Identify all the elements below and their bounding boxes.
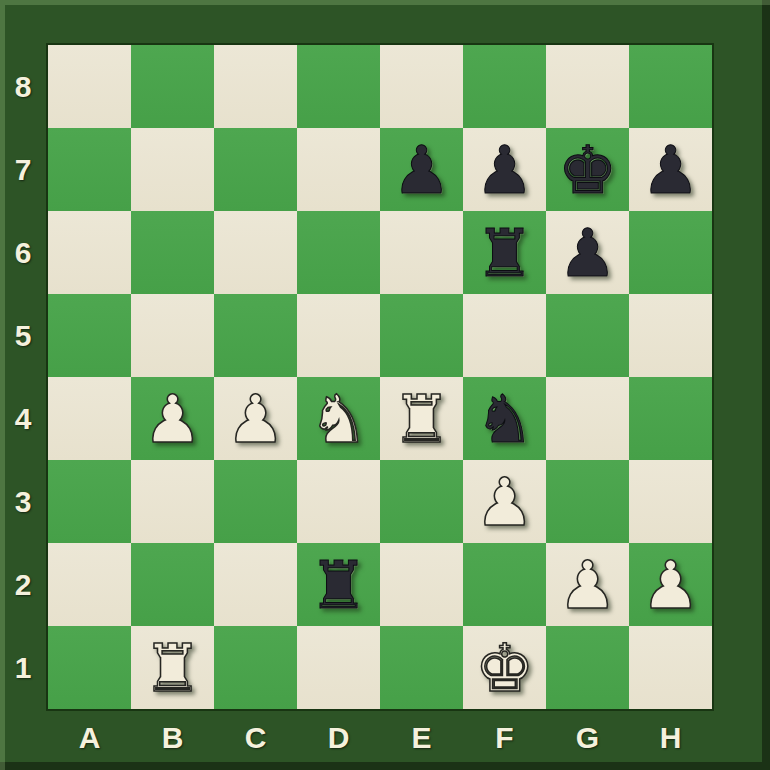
piece-black-pawn-g6[interactable]: ♟ (546, 211, 629, 294)
square-e4[interactable]: ♜ (380, 377, 463, 460)
square-f5[interactable] (463, 294, 546, 377)
square-g6[interactable]: ♟ (546, 211, 629, 294)
square-c2[interactable] (214, 543, 297, 626)
file-label-e: E (380, 713, 463, 763)
piece-black-knight-f4[interactable]: ♞ (463, 377, 546, 460)
square-d3[interactable] (297, 460, 380, 543)
square-b3[interactable] (131, 460, 214, 543)
file-label-h: H (629, 713, 712, 763)
rank-label-2: 2 (0, 543, 46, 626)
square-f8[interactable] (463, 45, 546, 128)
square-e8[interactable] (380, 45, 463, 128)
rank-label-6: 6 (0, 211, 46, 294)
square-f3[interactable]: ♟ (463, 460, 546, 543)
piece-black-pawn-e7[interactable]: ♟ (380, 128, 463, 211)
rank-label-5: 5 (0, 294, 46, 377)
square-f6[interactable]: ♜ (463, 211, 546, 294)
rank-label-3: 3 (0, 460, 46, 543)
square-f2[interactable] (463, 543, 546, 626)
file-labels: ABCDEFGH (48, 713, 712, 763)
rank-labels: 87654321 (0, 45, 46, 709)
square-a8[interactable] (48, 45, 131, 128)
rank-label-7: 7 (0, 128, 46, 211)
square-c7[interactable] (214, 128, 297, 211)
square-a6[interactable] (48, 211, 131, 294)
square-e5[interactable] (380, 294, 463, 377)
square-d2[interactable]: ♜ (297, 543, 380, 626)
square-a1[interactable] (48, 626, 131, 709)
piece-black-rook-d2[interactable]: ♜ (297, 543, 380, 626)
square-b6[interactable] (131, 211, 214, 294)
square-d8[interactable] (297, 45, 380, 128)
square-a3[interactable] (48, 460, 131, 543)
square-g3[interactable] (546, 460, 629, 543)
board: ♟♟♚♟♜♟♟♟♞♜♞♟♜♟♟♜♚ (46, 43, 714, 711)
square-c8[interactable] (214, 45, 297, 128)
square-h5[interactable] (629, 294, 712, 377)
square-a2[interactable] (48, 543, 131, 626)
piece-white-pawn-b4[interactable]: ♟ (131, 377, 214, 460)
square-g2[interactable]: ♟ (546, 543, 629, 626)
file-label-d: D (297, 713, 380, 763)
square-d7[interactable] (297, 128, 380, 211)
piece-black-rook-f6[interactable]: ♜ (463, 211, 546, 294)
square-g1[interactable] (546, 626, 629, 709)
square-e1[interactable] (380, 626, 463, 709)
square-e6[interactable] (380, 211, 463, 294)
square-h2[interactable]: ♟ (629, 543, 712, 626)
square-h3[interactable] (629, 460, 712, 543)
square-b7[interactable] (131, 128, 214, 211)
piece-white-knight-d4[interactable]: ♞ (297, 377, 380, 460)
square-d1[interactable] (297, 626, 380, 709)
piece-black-pawn-h7[interactable]: ♟ (629, 128, 712, 211)
square-g7[interactable]: ♚ (546, 128, 629, 211)
square-c5[interactable] (214, 294, 297, 377)
square-h6[interactable] (629, 211, 712, 294)
square-b8[interactable] (131, 45, 214, 128)
square-a7[interactable] (48, 128, 131, 211)
square-h7[interactable]: ♟ (629, 128, 712, 211)
piece-white-pawn-c4[interactable]: ♟ (214, 377, 297, 460)
piece-white-pawn-f3[interactable]: ♟ (463, 460, 546, 543)
square-g5[interactable] (546, 294, 629, 377)
square-h8[interactable] (629, 45, 712, 128)
square-c1[interactable] (214, 626, 297, 709)
piece-white-king-f1[interactable]: ♚ (463, 626, 546, 709)
square-c4[interactable]: ♟ (214, 377, 297, 460)
file-label-g: G (546, 713, 629, 763)
square-g8[interactable] (546, 45, 629, 128)
square-a5[interactable] (48, 294, 131, 377)
file-label-b: B (131, 713, 214, 763)
piece-black-king-g7[interactable]: ♚ (546, 128, 629, 211)
piece-white-pawn-h2[interactable]: ♟ (629, 543, 712, 626)
square-e3[interactable] (380, 460, 463, 543)
square-f1[interactable]: ♚ (463, 626, 546, 709)
square-c3[interactable] (214, 460, 297, 543)
chess-board-frame: 87654321 ♟♟♚♟♜♟♟♟♞♜♞♟♜♟♟♜♚ ABCDEFGH (0, 0, 770, 770)
piece-black-pawn-f7[interactable]: ♟ (463, 128, 546, 211)
square-b4[interactable]: ♟ (131, 377, 214, 460)
piece-white-pawn-g2[interactable]: ♟ (546, 543, 629, 626)
rank-label-1: 1 (0, 626, 46, 709)
square-b1[interactable]: ♜ (131, 626, 214, 709)
square-b2[interactable] (131, 543, 214, 626)
square-d6[interactable] (297, 211, 380, 294)
square-f4[interactable]: ♞ (463, 377, 546, 460)
square-g4[interactable] (546, 377, 629, 460)
piece-white-rook-e4[interactable]: ♜ (380, 377, 463, 460)
square-d4[interactable]: ♞ (297, 377, 380, 460)
square-e2[interactable] (380, 543, 463, 626)
square-h1[interactable] (629, 626, 712, 709)
piece-white-rook-b1[interactable]: ♜ (131, 626, 214, 709)
square-h4[interactable] (629, 377, 712, 460)
square-b5[interactable] (131, 294, 214, 377)
file-label-c: C (214, 713, 297, 763)
file-label-a: A (48, 713, 131, 763)
square-c6[interactable] (214, 211, 297, 294)
file-label-f: F (463, 713, 546, 763)
rank-label-4: 4 (0, 377, 46, 460)
square-d5[interactable] (297, 294, 380, 377)
square-f7[interactable]: ♟ (463, 128, 546, 211)
rank-label-8: 8 (0, 45, 46, 128)
square-a4[interactable] (48, 377, 131, 460)
square-e7[interactable]: ♟ (380, 128, 463, 211)
